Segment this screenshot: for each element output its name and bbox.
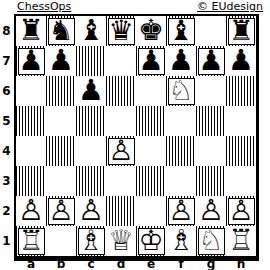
square-b3 (46, 166, 76, 196)
piece-white-bishop: ♗ (168, 226, 194, 255)
square-a4 (16, 136, 46, 166)
piece-white-rook: ♖ (228, 226, 254, 255)
square-c6: ♟ (76, 76, 106, 106)
piece-white-pawn: ♙ (18, 196, 44, 225)
piece-backdrop: ♝ (168, 18, 195, 45)
square-a8: ♜ (16, 16, 46, 46)
square-a6 (16, 76, 46, 106)
rank-label-8: 8 (0, 16, 13, 46)
square-d3 (106, 166, 136, 196)
piece-backdrop: ♙ (228, 198, 255, 225)
square-a2: ♙ (16, 196, 46, 226)
square-f5 (166, 106, 196, 136)
piece-black-pawn: ♟ (78, 76, 104, 105)
rank-label-7: 7 (0, 46, 13, 76)
square-f6: ♘ (166, 76, 196, 106)
piece-black-pawn: ♟ (168, 46, 194, 75)
piece-black-rook: ♜ (228, 18, 253, 43)
piece-white-rook: ♖ (18, 228, 43, 253)
square-a3 (16, 166, 46, 196)
square-g2: ♙ (196, 196, 226, 226)
file-label-h: h (226, 259, 256, 270)
square-h3 (226, 166, 256, 196)
file-labels: abcdefgh (16, 259, 256, 270)
piece-black-knight: ♞ (48, 18, 73, 43)
rank-labels: 87654321 (0, 16, 13, 256)
piece-backdrop: ♜ (228, 18, 255, 45)
piece-white-bishop: ♗ (78, 228, 103, 253)
piece-backdrop: ♖ (18, 228, 45, 255)
square-d1: ♕ (106, 226, 136, 256)
file-label-a: a (16, 259, 46, 270)
piece-black-bishop: ♝ (78, 16, 104, 45)
chess-board: ♜♞♝♛♚♝♜♟♟♟♟♟♟♟♘♙♙♙♙♙♙♙♖♗♕♔♗♘♖ (14, 14, 259, 261)
square-f3 (166, 166, 196, 196)
square-a1: ♖ (16, 226, 46, 256)
piece-backdrop: ♞ (48, 18, 75, 45)
square-g3 (196, 166, 226, 196)
file-label-f: f (166, 259, 196, 270)
piece-backdrop: ♟ (138, 48, 165, 75)
square-g1: ♘ (196, 226, 226, 256)
square-e8: ♚ (136, 16, 166, 46)
square-b8: ♞ (46, 16, 76, 46)
square-h1: ♖ (226, 226, 256, 256)
square-g8 (196, 16, 226, 46)
piece-backdrop: ♛ (108, 18, 135, 45)
file-label-c: c (76, 259, 106, 270)
square-b7: ♟ (46, 46, 76, 76)
piece-black-rook: ♜ (18, 16, 44, 45)
square-c1: ♗ (76, 226, 106, 256)
piece-white-pawn: ♙ (108, 138, 133, 163)
square-h6 (226, 76, 256, 106)
piece-black-bishop: ♝ (168, 18, 193, 43)
file-label-g: g (196, 259, 226, 270)
square-a5 (16, 106, 46, 136)
square-h8: ♜ (226, 16, 256, 46)
square-d2 (106, 196, 136, 226)
rank-label-1: 1 (0, 226, 13, 256)
piece-backdrop: ♟ (198, 48, 225, 75)
piece-black-queen: ♛ (108, 18, 133, 43)
square-d5 (106, 106, 136, 136)
square-d7 (106, 46, 136, 76)
piece-black-pawn: ♟ (228, 46, 254, 75)
square-f1: ♗ (166, 226, 196, 256)
piece-white-pawn: ♙ (78, 196, 104, 225)
piece-white-pawn: ♙ (228, 198, 253, 223)
piece-backdrop: ♙ (48, 198, 75, 225)
square-h5 (226, 106, 256, 136)
square-e3 (136, 166, 166, 196)
piece-backdrop: ♘ (198, 228, 225, 255)
square-g7: ♟ (196, 46, 226, 76)
square-f2: ♙ (166, 196, 196, 226)
square-a7: ♟ (16, 46, 46, 76)
piece-black-king: ♚ (138, 16, 164, 45)
square-b2: ♙ (46, 196, 76, 226)
square-e4 (136, 136, 166, 166)
square-c2: ♙ (76, 196, 106, 226)
square-h4 (226, 136, 256, 166)
piece-backdrop: ♟ (18, 48, 45, 75)
piece-black-pawn: ♟ (18, 48, 43, 73)
piece-white-king: ♔ (138, 228, 163, 253)
square-f7: ♟ (166, 46, 196, 76)
square-g4 (196, 136, 226, 166)
piece-white-queen: ♕ (108, 226, 134, 255)
square-b1 (46, 226, 76, 256)
square-e2 (136, 196, 166, 226)
piece-backdrop: ♙ (108, 138, 135, 165)
file-label-d: d (106, 259, 136, 270)
square-e7: ♟ (136, 46, 166, 76)
piece-black-pawn: ♟ (48, 46, 74, 75)
piece-black-pawn: ♟ (198, 48, 223, 73)
square-c7 (76, 46, 106, 76)
square-d8: ♛ (106, 16, 136, 46)
square-c8: ♝ (76, 16, 106, 46)
square-c3 (76, 166, 106, 196)
rank-label-3: 3 (0, 166, 13, 196)
piece-white-pawn: ♙ (48, 198, 73, 223)
piece-black-pawn: ♟ (138, 48, 163, 73)
square-h7: ♟ (226, 46, 256, 76)
square-e1: ♔ (136, 226, 166, 256)
square-d6 (106, 76, 136, 106)
square-e6 (136, 76, 166, 106)
piece-white-knight: ♘ (198, 228, 223, 253)
eudesign-credit-link[interactable]: © EUdesign (197, 0, 263, 13)
file-label-e: e (136, 259, 166, 270)
square-g5 (196, 106, 226, 136)
piece-backdrop: ♔ (138, 228, 165, 255)
square-e5 (136, 106, 166, 136)
piece-backdrop: ♙ (168, 198, 195, 225)
rank-label-4: 4 (0, 136, 13, 166)
square-b4 (46, 136, 76, 166)
square-c5 (76, 106, 106, 136)
piece-backdrop: ♗ (78, 228, 105, 255)
square-h2: ♙ (226, 196, 256, 226)
chessops-title-link[interactable]: ChessOps (17, 0, 71, 13)
square-f4 (166, 136, 196, 166)
square-g6 (196, 76, 226, 106)
square-d4: ♙ (106, 136, 136, 166)
square-b5 (46, 106, 76, 136)
chessops-diagram-page: ChessOps © EUdesign ♜♞♝♛♚♝♜♟♟♟♟♟♟♟♘♙♙♙♙♙… (0, 0, 270, 270)
file-label-b: b (46, 259, 76, 270)
piece-white-knight: ♘ (168, 78, 193, 103)
square-b6 (46, 76, 76, 106)
piece-backdrop: ♘ (168, 78, 195, 105)
rank-label-5: 5 (0, 106, 13, 136)
square-c4 (76, 136, 106, 166)
rank-label-2: 2 (0, 196, 13, 226)
square-f8: ♝ (166, 16, 196, 46)
rank-label-6: 6 (0, 76, 13, 106)
piece-white-pawn: ♙ (198, 196, 224, 225)
piece-white-pawn: ♙ (168, 198, 193, 223)
